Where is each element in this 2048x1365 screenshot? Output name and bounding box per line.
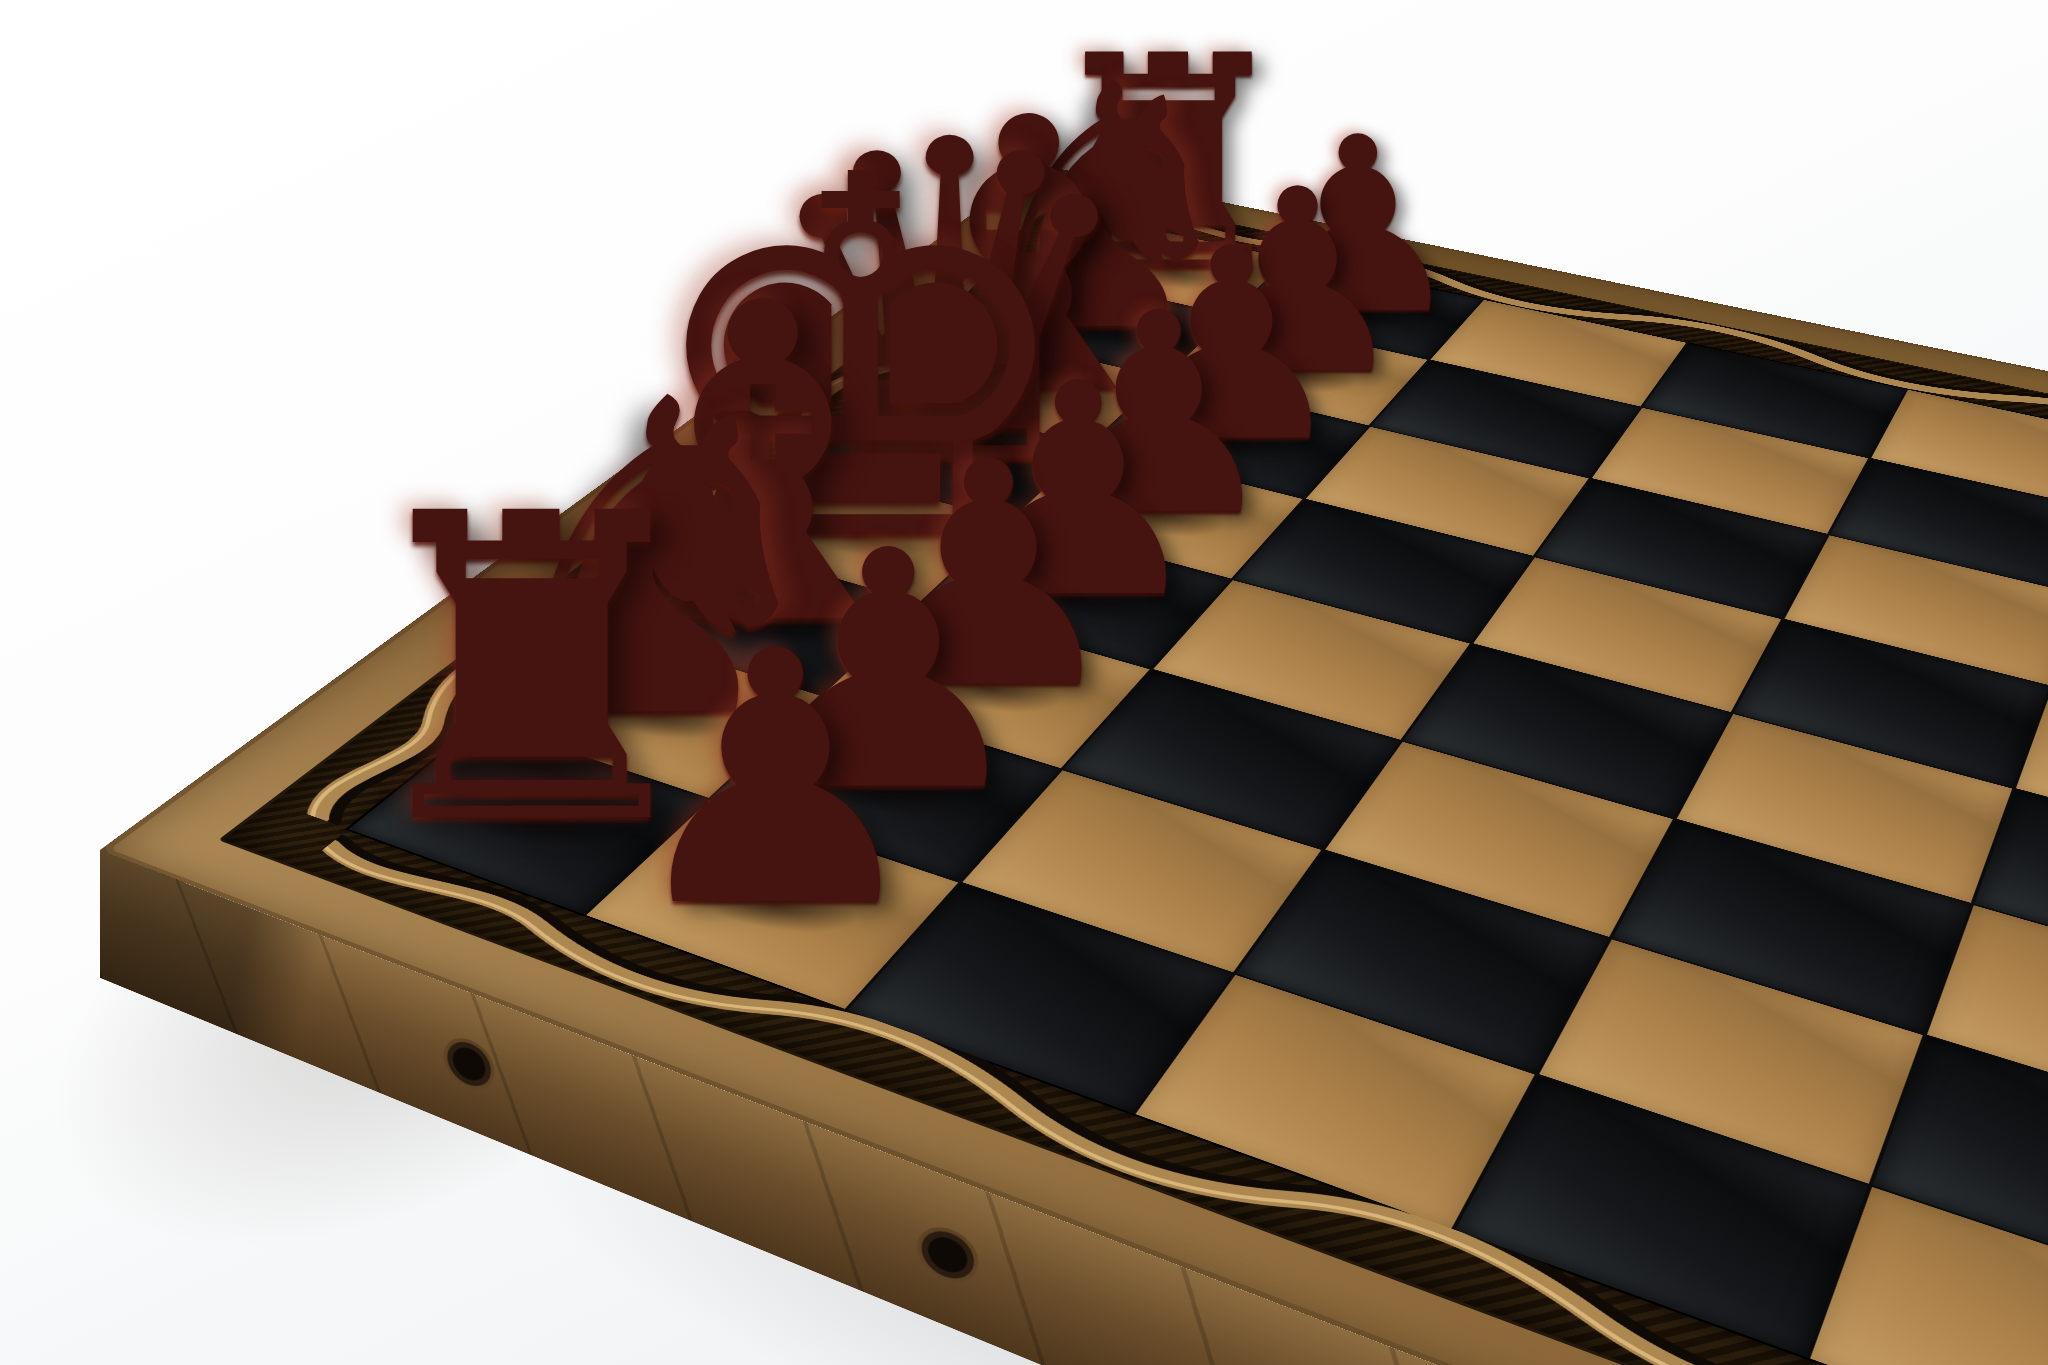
piece-pawn-h7[interactable]: ♟: [619, 605, 932, 954]
piece-layer: ♜♟♞♟♝♟♛♟♚♟♝♟♞♟♜♟: [0, 0, 2048, 1365]
photo-canvas: ♜♟♞♟♝♟♛♟♚♟♝♟♞♟♜♟: [0, 0, 2048, 1365]
